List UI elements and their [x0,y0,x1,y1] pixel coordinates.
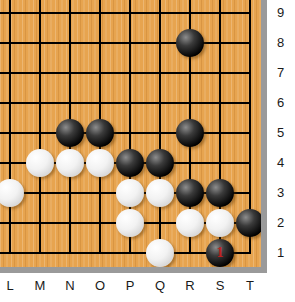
grid-line-row-8 [0,42,251,44]
grid-line-col-Q [159,0,161,254]
go-board[interactable]: 1 [0,0,261,267]
stone-white-Q1[interactable] [146,239,174,267]
stone-black-O5[interactable] [86,119,114,147]
col-label-N: N [60,277,80,295]
row-label-4: 4 [266,154,295,172]
row-label-6: 6 [266,94,295,112]
row-label-7: 7 [266,64,295,82]
stone-black-N5[interactable] [56,119,84,147]
col-label-M: M [30,277,50,295]
stone-white-O4[interactable] [86,149,114,177]
stone-black-S3[interactable] [206,179,234,207]
row-label-5: 5 [266,124,295,142]
col-label-P: P [120,277,140,295]
grid-line-row-7 [0,72,251,74]
col-label-S: S [210,277,230,295]
stone-black-T2[interactable] [236,209,261,237]
stone-white-S2[interactable] [206,209,234,237]
stone-black-R8[interactable] [176,29,204,57]
row-label-3: 3 [266,184,295,202]
grid-line-col-L [9,0,11,254]
col-label-T: T [240,277,260,295]
grid-line-row-6 [0,102,251,104]
row-label-8: 8 [266,34,295,52]
col-label-L: L [0,277,20,295]
stone-white-Q3[interactable] [146,179,174,207]
stone-white-L3[interactable] [0,179,24,207]
row-label-1: 1 [266,244,295,262]
stone-white-N4[interactable] [56,149,84,177]
grid-line-row-9 [0,12,251,14]
board-frame: 1 [0,0,267,273]
stone-white-R2[interactable] [176,209,204,237]
col-label-O: O [90,277,110,295]
col-label-Q: Q [150,277,170,295]
col-label-R: R [180,277,200,295]
grid-line-col-M [39,0,41,254]
stone-black-Q4[interactable] [146,149,174,177]
stone-white-P2[interactable] [116,209,144,237]
grid-line-row-5 [0,132,251,134]
stone-white-M4[interactable] [26,149,54,177]
stone-black-P4[interactable] [116,149,144,177]
stone-white-P3[interactable] [116,179,144,207]
row-label-2: 2 [266,214,295,232]
stone-black-R5[interactable] [176,119,204,147]
stone-black-S1[interactable]: 1 [206,239,234,267]
stone-black-R3[interactable] [176,179,204,207]
go-diagram: 1 987654321 LMNOPQRST [0,0,295,302]
row-label-9: 9 [266,4,295,22]
move-number-label: 1 [206,239,234,267]
